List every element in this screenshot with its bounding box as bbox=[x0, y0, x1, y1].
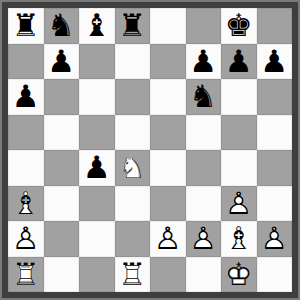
square-d5[interactable] bbox=[115, 115, 151, 151]
square-g8[interactable]: ♚ bbox=[221, 8, 257, 44]
square-f1[interactable] bbox=[186, 257, 222, 293]
square-h5[interactable] bbox=[257, 115, 293, 151]
pawn-outline-glyph: ♙ bbox=[8, 221, 44, 257]
knight-solid-glyph: ♞ bbox=[44, 8, 80, 44]
square-c1[interactable] bbox=[79, 257, 115, 293]
square-h8[interactable] bbox=[257, 8, 293, 44]
white-bishop-piece: ♝♗ bbox=[221, 221, 257, 257]
knight-solid-glyph: ♞ bbox=[186, 79, 222, 115]
square-b7[interactable]: ♟ bbox=[44, 44, 80, 80]
pawn-solid-glyph: ♟ bbox=[8, 79, 44, 115]
square-g7[interactable]: ♟ bbox=[221, 44, 257, 80]
chess-board: ♜♞♝♜♚♟♟♟♟♟♞♟♞♘♝♗♟♙♟♙♟♙♟♙♝♗♟♙♜♖♜♖♚♔ bbox=[8, 8, 292, 292]
black-pawn-piece: ♟ bbox=[44, 44, 80, 80]
square-f3[interactable] bbox=[186, 186, 222, 222]
black-king-piece: ♚ bbox=[221, 8, 257, 44]
knight-outline-glyph: ♘ bbox=[115, 150, 151, 186]
square-b8[interactable]: ♞ bbox=[44, 8, 80, 44]
square-g1[interactable]: ♚♔ bbox=[221, 257, 257, 293]
pawn-solid-glyph: ♟ bbox=[186, 44, 222, 80]
black-pawn-piece: ♟ bbox=[257, 44, 293, 80]
square-b3[interactable] bbox=[44, 186, 80, 222]
white-rook-piece: ♜♖ bbox=[8, 257, 44, 293]
pawn-outline-glyph: ♙ bbox=[186, 221, 222, 257]
square-d3[interactable] bbox=[115, 186, 151, 222]
rook-outline-glyph: ♖ bbox=[115, 257, 151, 293]
square-g3[interactable]: ♟♙ bbox=[221, 186, 257, 222]
square-a8[interactable]: ♜ bbox=[8, 8, 44, 44]
white-pawn-piece: ♟♙ bbox=[257, 221, 293, 257]
square-e2[interactable]: ♟♙ bbox=[150, 221, 186, 257]
square-e1[interactable] bbox=[150, 257, 186, 293]
black-knight-piece: ♞ bbox=[186, 79, 222, 115]
square-d6[interactable] bbox=[115, 79, 151, 115]
white-rook-piece: ♜♖ bbox=[115, 257, 151, 293]
white-bishop-piece: ♝♗ bbox=[8, 186, 44, 222]
square-a3[interactable]: ♝♗ bbox=[8, 186, 44, 222]
square-a5[interactable] bbox=[8, 115, 44, 151]
square-d2[interactable] bbox=[115, 221, 151, 257]
square-a6[interactable]: ♟ bbox=[8, 79, 44, 115]
king-outline-glyph: ♔ bbox=[221, 257, 257, 293]
white-pawn-piece: ♟♙ bbox=[150, 221, 186, 257]
rook-outline-glyph: ♖ bbox=[8, 257, 44, 293]
square-b5[interactable] bbox=[44, 115, 80, 151]
pawn-outline-glyph: ♙ bbox=[257, 221, 293, 257]
white-pawn-piece: ♟♙ bbox=[221, 186, 257, 222]
bishop-outline-glyph: ♗ bbox=[8, 186, 44, 222]
square-h2[interactable]: ♟♙ bbox=[257, 221, 293, 257]
square-g5[interactable] bbox=[221, 115, 257, 151]
pawn-outline-glyph: ♙ bbox=[150, 221, 186, 257]
square-a1[interactable]: ♜♖ bbox=[8, 257, 44, 293]
square-g2[interactable]: ♝♗ bbox=[221, 221, 257, 257]
bishop-solid-glyph: ♝ bbox=[79, 8, 115, 44]
square-c7[interactable] bbox=[79, 44, 115, 80]
black-rook-piece: ♜ bbox=[115, 8, 151, 44]
king-solid-glyph: ♚ bbox=[221, 8, 257, 44]
white-knight-piece: ♞♘ bbox=[115, 150, 151, 186]
square-c3[interactable] bbox=[79, 186, 115, 222]
black-pawn-piece: ♟ bbox=[186, 44, 222, 80]
square-f8[interactable] bbox=[186, 8, 222, 44]
square-c2[interactable] bbox=[79, 221, 115, 257]
square-f6[interactable]: ♞ bbox=[186, 79, 222, 115]
rook-solid-glyph: ♜ bbox=[8, 8, 44, 44]
square-a4[interactable] bbox=[8, 150, 44, 186]
black-pawn-piece: ♟ bbox=[221, 44, 257, 80]
square-e4[interactable] bbox=[150, 150, 186, 186]
pawn-solid-glyph: ♟ bbox=[44, 44, 80, 80]
black-knight-piece: ♞ bbox=[44, 8, 80, 44]
square-e5[interactable] bbox=[150, 115, 186, 151]
square-f2[interactable]: ♟♙ bbox=[186, 221, 222, 257]
square-d7[interactable] bbox=[115, 44, 151, 80]
square-g6[interactable] bbox=[221, 79, 257, 115]
pawn-outline-glyph: ♙ bbox=[221, 186, 257, 222]
square-d8[interactable]: ♜ bbox=[115, 8, 151, 44]
black-bishop-piece: ♝ bbox=[79, 8, 115, 44]
square-h6[interactable] bbox=[257, 79, 293, 115]
square-f5[interactable] bbox=[186, 115, 222, 151]
square-f4[interactable] bbox=[186, 150, 222, 186]
square-b2[interactable] bbox=[44, 221, 80, 257]
square-b4[interactable] bbox=[44, 150, 80, 186]
square-h3[interactable] bbox=[257, 186, 293, 222]
square-b1[interactable] bbox=[44, 257, 80, 293]
square-e7[interactable] bbox=[150, 44, 186, 80]
white-pawn-piece: ♟♙ bbox=[8, 221, 44, 257]
square-c5[interactable] bbox=[79, 115, 115, 151]
black-pawn-piece: ♟ bbox=[79, 150, 115, 186]
square-a7[interactable] bbox=[8, 44, 44, 80]
square-h7[interactable]: ♟ bbox=[257, 44, 293, 80]
square-d1[interactable]: ♜♖ bbox=[115, 257, 151, 293]
square-c6[interactable] bbox=[79, 79, 115, 115]
white-king-piece: ♚♔ bbox=[221, 257, 257, 293]
square-c8[interactable]: ♝ bbox=[79, 8, 115, 44]
square-a2[interactable]: ♟♙ bbox=[8, 221, 44, 257]
square-d4[interactable]: ♞♘ bbox=[115, 150, 151, 186]
square-c4[interactable]: ♟ bbox=[79, 150, 115, 186]
square-f7[interactable]: ♟ bbox=[186, 44, 222, 80]
black-rook-piece: ♜ bbox=[8, 8, 44, 44]
square-e8[interactable] bbox=[150, 8, 186, 44]
square-e3[interactable] bbox=[150, 186, 186, 222]
square-h4[interactable] bbox=[257, 150, 293, 186]
pawn-solid-glyph: ♟ bbox=[257, 44, 293, 80]
square-e6[interactable] bbox=[150, 79, 186, 115]
black-pawn-piece: ♟ bbox=[8, 79, 44, 115]
square-g4[interactable] bbox=[221, 150, 257, 186]
pawn-solid-glyph: ♟ bbox=[79, 150, 115, 186]
pawn-solid-glyph: ♟ bbox=[221, 44, 257, 80]
square-h1[interactable] bbox=[257, 257, 293, 293]
chess-board-frame: ♜♞♝♜♚♟♟♟♟♟♞♟♞♘♝♗♟♙♟♙♟♙♟♙♝♗♟♙♜♖♜♖♚♔ bbox=[0, 0, 300, 300]
white-pawn-piece: ♟♙ bbox=[186, 221, 222, 257]
bishop-outline-glyph: ♗ bbox=[221, 221, 257, 257]
square-b6[interactable] bbox=[44, 79, 80, 115]
rook-solid-glyph: ♜ bbox=[115, 8, 151, 44]
